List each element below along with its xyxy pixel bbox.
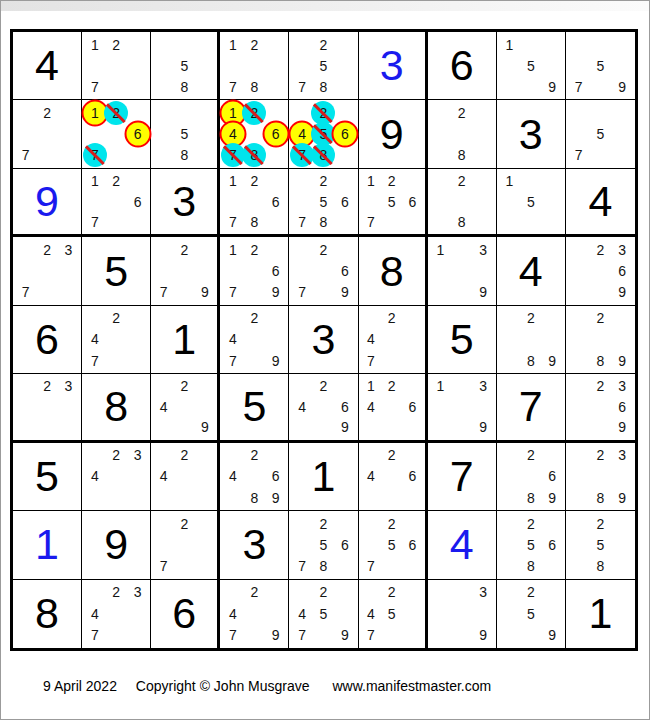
candidate-empty [402, 582, 423, 603]
candidate-empty [402, 555, 423, 576]
candidate-empty [611, 555, 633, 576]
candidate-digit: 5 [527, 538, 535, 552]
candidate-empty [542, 329, 563, 350]
candidate-grid: 24 [151, 443, 217, 510]
candidate-digit: 2 [527, 448, 535, 462]
cell-r5c1[interactable]: 6 [13, 306, 82, 374]
candidate-digit: 7 [91, 80, 99, 94]
candidate-5: 5 [313, 191, 334, 211]
candidate-empty [542, 513, 563, 534]
candidate-9: 9 [542, 625, 563, 646]
candidate-empty [105, 212, 126, 232]
candidate-grid: 289 [497, 306, 565, 373]
candidate-5: 5 [174, 55, 195, 76]
candidate-digit: 5 [320, 59, 328, 73]
cell-r2c4[interactable]: 124678 [220, 100, 289, 168]
cell-r9c6[interactable]: 2457 [359, 580, 428, 648]
cell-r2c3[interactable]: 58 [151, 100, 220, 168]
candidate-8: 8 [520, 555, 541, 576]
candidate-empty [127, 308, 148, 329]
candidate-empty [568, 513, 590, 534]
cell-r1c2[interactable]: 127 [82, 32, 151, 100]
cell-r7c6[interactable]: 246 [359, 443, 428, 511]
candidate-empty [105, 55, 126, 76]
candidate-3: 3 [611, 445, 633, 466]
cell-r6c8[interactable]: 7 [497, 374, 566, 442]
cell-r9c9[interactable]: 1 [566, 580, 635, 648]
cell-r6c5[interactable]: 2469 [289, 374, 358, 442]
candidate-empty [361, 417, 382, 437]
candidate-empty [542, 308, 563, 329]
cell-r3c8[interactable]: 15 [497, 169, 566, 237]
candidate-empty [291, 513, 312, 534]
cell-r6c6[interactable]: 1246 [359, 374, 428, 442]
candidate-6: 6 [402, 191, 423, 211]
candidate-digit: 5 [527, 195, 535, 209]
candidate-digit: 8 [250, 80, 258, 94]
candidate-digit: 9 [272, 491, 280, 505]
candidate-3: 3 [127, 445, 148, 466]
candidate-empty [105, 329, 126, 350]
candidate-empty [402, 625, 423, 646]
cell-r7c3[interactable]: 24 [151, 443, 220, 511]
cell-r9c8[interactable]: 259 [497, 580, 566, 648]
cell-r4c8[interactable]: 4 [497, 237, 566, 305]
candidate-empty [15, 124, 36, 145]
cell-r1c4[interactable]: 1278 [220, 32, 289, 100]
footer-website-link[interactable]: www.manifestmaster.com [332, 678, 491, 694]
cell-r7c5[interactable]: 1 [289, 443, 358, 511]
candidate-empty [361, 534, 382, 555]
candidate-digit: 4 [229, 332, 237, 346]
candidate-empty [568, 329, 590, 350]
cell-r7c7[interactable]: 7 [428, 443, 497, 511]
candidate-digit: 5 [320, 607, 328, 621]
candidate-empty [127, 487, 148, 508]
given-digit: 5 [13, 443, 81, 510]
candidate-7: 7 [222, 282, 243, 303]
candidate-2: 2 [590, 513, 612, 534]
candidate-digit: 6 [272, 127, 280, 141]
cell-r9c2[interactable]: 2347 [82, 580, 151, 648]
candidate-7: 7 [222, 350, 243, 371]
candidate-empty [291, 191, 312, 211]
candidate-6: 6 [402, 466, 423, 487]
cell-r5c9[interactable]: 289 [566, 306, 635, 374]
candidate-grid: 237 [13, 237, 81, 304]
cell-r7c4[interactable]: 24689 [220, 443, 289, 511]
cell-r7c8[interactable]: 2689 [497, 443, 566, 511]
candidate-empty [499, 308, 520, 329]
candidate-2: 2 [36, 239, 57, 260]
candidate-2: 2 [105, 34, 126, 55]
candidate-2: 2 [174, 445, 195, 466]
candidate-9: 9 [334, 417, 355, 437]
candidate-digit: 5 [180, 59, 188, 73]
candidate-empty [568, 466, 590, 487]
cell-r9c4[interactable]: 2479 [220, 580, 289, 648]
candidate-empty [499, 513, 520, 534]
candidate-empty [590, 102, 612, 123]
cell-r9c5[interactable]: 24579 [289, 580, 358, 648]
cell-r1c3[interactable]: 58 [151, 32, 220, 100]
candidate-digit: 2 [180, 517, 188, 531]
cell-r7c1[interactable]: 5 [13, 443, 82, 511]
candidate-empty [381, 350, 402, 371]
candidate-digit: 8 [250, 491, 258, 505]
cell-r8c1[interactable]: 1 [13, 511, 82, 579]
candidate-8: 8 [313, 212, 334, 232]
candidate-empty [499, 329, 520, 350]
candidate-empty [174, 282, 195, 303]
candidate-digit: 2 [388, 448, 396, 462]
cell-r4c2[interactable]: 5 [82, 237, 151, 305]
candidate-digit: 6 [618, 400, 626, 414]
candidate-1: 1 [222, 102, 243, 123]
cell-r1c1[interactable]: 4 [13, 32, 82, 100]
candidate-empty [472, 145, 493, 166]
candidate-grid: 2679 [289, 237, 357, 304]
cell-r4c7[interactable]: 139 [428, 237, 497, 305]
cell-r2c2[interactable]: 1267 [82, 100, 151, 168]
given-digit: 6 [428, 32, 496, 99]
candidate-empty [499, 603, 520, 624]
candidate-empty [84, 55, 105, 76]
candidate-6: 6 [542, 466, 563, 487]
candidate-7: 7 [291, 555, 312, 576]
cell-r5c6[interactable]: 247 [359, 306, 428, 374]
cell-r2c8[interactable]: 3 [497, 100, 566, 168]
given-digit: 4 [497, 237, 565, 304]
candidate-empty [499, 191, 520, 211]
candidate-empty [451, 239, 472, 260]
candidate-digit: 2 [320, 174, 328, 188]
cell-r2c5[interactable]: 245678 [289, 100, 358, 168]
candidate-digit: 6 [548, 469, 556, 483]
candidate-empty [430, 191, 451, 211]
candidate-empty [611, 102, 633, 123]
candidate-digit: 7 [575, 80, 583, 94]
cell-r2c6[interactable]: 9 [359, 100, 428, 168]
candidate-digit: 8 [180, 80, 188, 94]
cell-r6c9[interactable]: 2369 [566, 374, 635, 442]
candidate-digit: 9 [618, 354, 626, 368]
candidate-1: 1 [84, 102, 105, 123]
candidate-digit: 9 [548, 354, 556, 368]
candidate-grid: 27 [151, 511, 217, 578]
candidate-empty [36, 282, 57, 303]
candidate-4: 4 [84, 329, 105, 350]
candidate-empty [127, 34, 148, 55]
candidate-grid: 279 [151, 237, 217, 304]
candidate-empty [499, 212, 520, 232]
candidate-grid: 2568 [497, 511, 565, 578]
cell-r2c1[interactable]: 27 [13, 100, 82, 168]
cell-r5c8[interactable]: 289 [497, 306, 566, 374]
cell-r1c8[interactable]: 159 [497, 32, 566, 100]
candidate-digit: 4 [367, 607, 375, 621]
candidate-2: 2 [381, 171, 402, 191]
candidate-empty [174, 260, 195, 281]
cell-r5c3[interactable]: 1 [151, 306, 220, 374]
candidate-digit: 2 [112, 585, 120, 599]
given-digit: 4 [13, 32, 81, 99]
candidate-1: 1 [84, 34, 105, 55]
candidate-empty [58, 102, 79, 123]
cell-r3c7[interactable]: 28 [428, 169, 497, 237]
candidate-empty [334, 603, 355, 624]
candidate-empty [291, 376, 312, 396]
candidate-digit: 7 [298, 80, 306, 94]
candidate-4: 4 [361, 466, 382, 487]
candidate-grid: 246 [359, 443, 425, 510]
candidate-9: 9 [611, 282, 633, 303]
candidate-digit: 2 [250, 311, 258, 325]
candidate-empty [499, 625, 520, 646]
candidate-digit: 9 [201, 420, 209, 434]
candidate-7: 7 [361, 350, 382, 371]
cell-r6c2[interactable]: 8 [82, 374, 151, 442]
candidate-2: 2 [381, 513, 402, 534]
cell-r1c5[interactable]: 2578 [289, 32, 358, 100]
candidate-4: 4 [222, 124, 243, 145]
candidate-digit: 7 [367, 354, 375, 368]
candidate-digit: 1 [506, 38, 514, 52]
cell-r8c4[interactable]: 3 [220, 511, 289, 579]
cell-r3c5[interactable]: 25678 [289, 169, 358, 237]
cell-r4c4[interactable]: 12679 [220, 237, 289, 305]
cell-r3c2[interactable]: 1267 [82, 169, 151, 237]
candidate-digit: 2 [180, 448, 188, 462]
cell-r8c2[interactable]: 9 [82, 511, 151, 579]
candidate-digit: 2 [527, 311, 535, 325]
candidate-digit: 1 [229, 38, 237, 52]
cell-r4c6[interactable]: 8 [359, 237, 428, 305]
candidate-empty [451, 603, 472, 624]
candidate-empty [265, 55, 286, 76]
candidate-empty [15, 397, 36, 417]
candidate-digit: 2 [597, 243, 605, 257]
cell-r5c5[interactable]: 3 [289, 306, 358, 374]
candidate-1: 1 [499, 34, 520, 55]
candidate-grid: 58 [151, 100, 217, 167]
candidate-2: 2 [244, 239, 265, 260]
candidate-empty [291, 534, 312, 555]
candidate-empty [402, 212, 423, 232]
candidate-digit: 4 [367, 400, 375, 414]
candidate-7: 7 [15, 145, 36, 166]
cell-r5c7[interactable]: 5 [428, 306, 497, 374]
cell-r4c9[interactable]: 2369 [566, 237, 635, 305]
candidate-digit: 2 [112, 174, 120, 188]
candidate-4: 4 [222, 329, 243, 350]
candidate-1: 1 [430, 239, 451, 260]
candidate-7: 7 [222, 625, 243, 646]
candidate-empty [153, 102, 174, 123]
cell-r6c7[interactable]: 139 [428, 374, 497, 442]
candidate-grid: 1278 [220, 32, 288, 99]
cell-r5c4[interactable]: 2479 [220, 306, 289, 374]
candidate-7: 7 [84, 76, 105, 97]
candidate-grid: 58 [151, 32, 217, 99]
candidate-digit: 7 [160, 559, 168, 573]
candidate-empty [402, 417, 423, 437]
cell-r9c1[interactable]: 8 [13, 580, 82, 648]
candidate-empty [472, 102, 493, 123]
candidate-7: 7 [361, 625, 382, 646]
candidate-7: 7 [84, 625, 105, 646]
candidate-digit: 2 [388, 585, 396, 599]
candidate-empty [334, 55, 355, 76]
candidate-empty [542, 212, 563, 232]
candidate-digit: 9 [548, 628, 556, 642]
candidate-grid: 2479 [220, 306, 288, 373]
cell-r8c9[interactable]: 258 [566, 511, 635, 579]
cell-r7c2[interactable]: 234 [82, 443, 151, 511]
cell-r4c5[interactable]: 2679 [289, 237, 358, 305]
candidate-grid: 258 [566, 511, 635, 578]
candidate-digit: 2 [320, 38, 328, 52]
cell-r3c6[interactable]: 12567 [359, 169, 428, 237]
candidate-9: 9 [334, 282, 355, 303]
candidate-empty [313, 625, 334, 646]
candidate-empty [430, 625, 451, 646]
candidate-empty [381, 329, 402, 350]
cell-r6c3[interactable]: 249 [151, 374, 220, 442]
candidate-digit: 4 [298, 400, 306, 414]
candidate-digit: 7 [367, 559, 375, 573]
candidate-6: 6 [334, 260, 355, 281]
candidate-2: 2 [244, 171, 265, 191]
candidate-6: 6 [265, 191, 286, 211]
cell-r6c1[interactable]: 23 [13, 374, 82, 442]
candidate-empty [58, 260, 79, 281]
cell-r3c9[interactable]: 4 [566, 169, 635, 237]
cell-r9c3[interactable]: 6 [151, 580, 220, 648]
candidate-grid: 1246 [359, 374, 425, 439]
candidate-2: 2 [244, 102, 265, 123]
candidate-empty [15, 239, 36, 260]
cell-r8c3[interactable]: 27 [151, 511, 220, 579]
candidate-empty [499, 534, 520, 555]
cell-r8c6[interactable]: 2567 [359, 511, 428, 579]
candidate-empty [334, 212, 355, 232]
cell-r8c5[interactable]: 25678 [289, 511, 358, 579]
candidate-grid: 2689 [497, 443, 565, 510]
candidate-digit: 1 [229, 243, 237, 257]
cell-r3c1[interactable]: 9 [13, 169, 82, 237]
candidate-empty [611, 145, 633, 166]
candidate-digit: 9 [618, 420, 626, 434]
candidate-empty [499, 582, 520, 603]
candidate-6: 6 [334, 191, 355, 211]
candidate-empty [222, 487, 243, 508]
cell-r3c4[interactable]: 12678 [220, 169, 289, 237]
candidate-digit: 6 [408, 469, 416, 483]
candidate-7: 7 [222, 212, 243, 232]
candidate-7: 7 [84, 212, 105, 232]
candidate-empty [472, 260, 493, 281]
candidate-8: 8 [244, 487, 265, 508]
candidate-empty [265, 445, 286, 466]
candidate-6: 6 [334, 397, 355, 417]
candidate-9: 9 [265, 487, 286, 508]
candidate-empty [542, 55, 563, 76]
candidate-digit: 9 [618, 80, 626, 94]
candidate-empty [174, 534, 195, 555]
candidate-grid: 12678 [220, 169, 288, 234]
candidate-empty [58, 397, 79, 417]
candidate-empty [472, 397, 493, 417]
candidate-digit: 2 [597, 517, 605, 531]
cell-r7c9[interactable]: 2389 [566, 443, 635, 511]
cell-r8c7[interactable]: 4 [428, 511, 497, 579]
candidate-empty [542, 445, 563, 466]
candidate-empty [568, 239, 590, 260]
given-digit: 3 [497, 100, 565, 167]
candidate-empty [381, 397, 402, 417]
candidate-empty [15, 260, 36, 281]
candidate-2: 2 [381, 376, 402, 396]
candidate-empty [568, 397, 590, 417]
candidate-3: 3 [58, 376, 79, 396]
cell-r2c7[interactable]: 28 [428, 100, 497, 168]
candidate-empty [84, 124, 105, 145]
candidate-empty [105, 145, 126, 166]
cell-r8c8[interactable]: 2568 [497, 511, 566, 579]
cell-r1c6[interactable]: 3 [359, 32, 428, 100]
candidate-empty [568, 376, 590, 396]
candidate-digit: 6 [134, 127, 142, 141]
candidate-empty [174, 102, 195, 123]
cell-r1c7[interactable]: 6 [428, 32, 497, 100]
candidate-empty [520, 171, 541, 191]
candidate-empty [361, 191, 382, 211]
cell-r5c2[interactable]: 247 [82, 306, 151, 374]
given-digit: 4 [566, 169, 635, 234]
candidate-2: 2 [590, 308, 612, 329]
candidate-empty [590, 329, 612, 350]
candidate-empty [430, 282, 451, 303]
candidate-empty [174, 555, 195, 576]
candidate-grid: 124678 [220, 100, 288, 167]
candidate-1: 1 [222, 34, 243, 55]
candidate-empty [84, 308, 105, 329]
cell-r4c3[interactable]: 279 [151, 237, 220, 305]
cell-r9c7[interactable]: 39 [428, 580, 497, 648]
candidate-digit: 1 [506, 174, 514, 188]
cell-r2c9[interactable]: 57 [566, 100, 635, 168]
candidate-digit: 2 [388, 174, 396, 188]
candidate-digit: 2 [250, 448, 258, 462]
candidate-empty [222, 308, 243, 329]
candidate-empty [334, 513, 355, 534]
candidate-empty [222, 445, 243, 466]
given-digit: 6 [151, 580, 217, 648]
candidate-empty [430, 582, 451, 603]
cell-r3c3[interactable]: 3 [151, 169, 220, 237]
candidate-empty [36, 145, 57, 166]
candidate-empty [36, 124, 57, 145]
cell-r4c1[interactable]: 237 [13, 237, 82, 305]
candidate-empty [313, 397, 334, 417]
candidate-grid: 28 [428, 169, 496, 234]
candidate-5: 5 [520, 534, 541, 555]
cell-r1c9[interactable]: 579 [566, 32, 635, 100]
candidate-empty [127, 603, 148, 624]
cell-r6c4[interactable]: 5 [220, 374, 289, 442]
candidate-empty [265, 145, 286, 166]
